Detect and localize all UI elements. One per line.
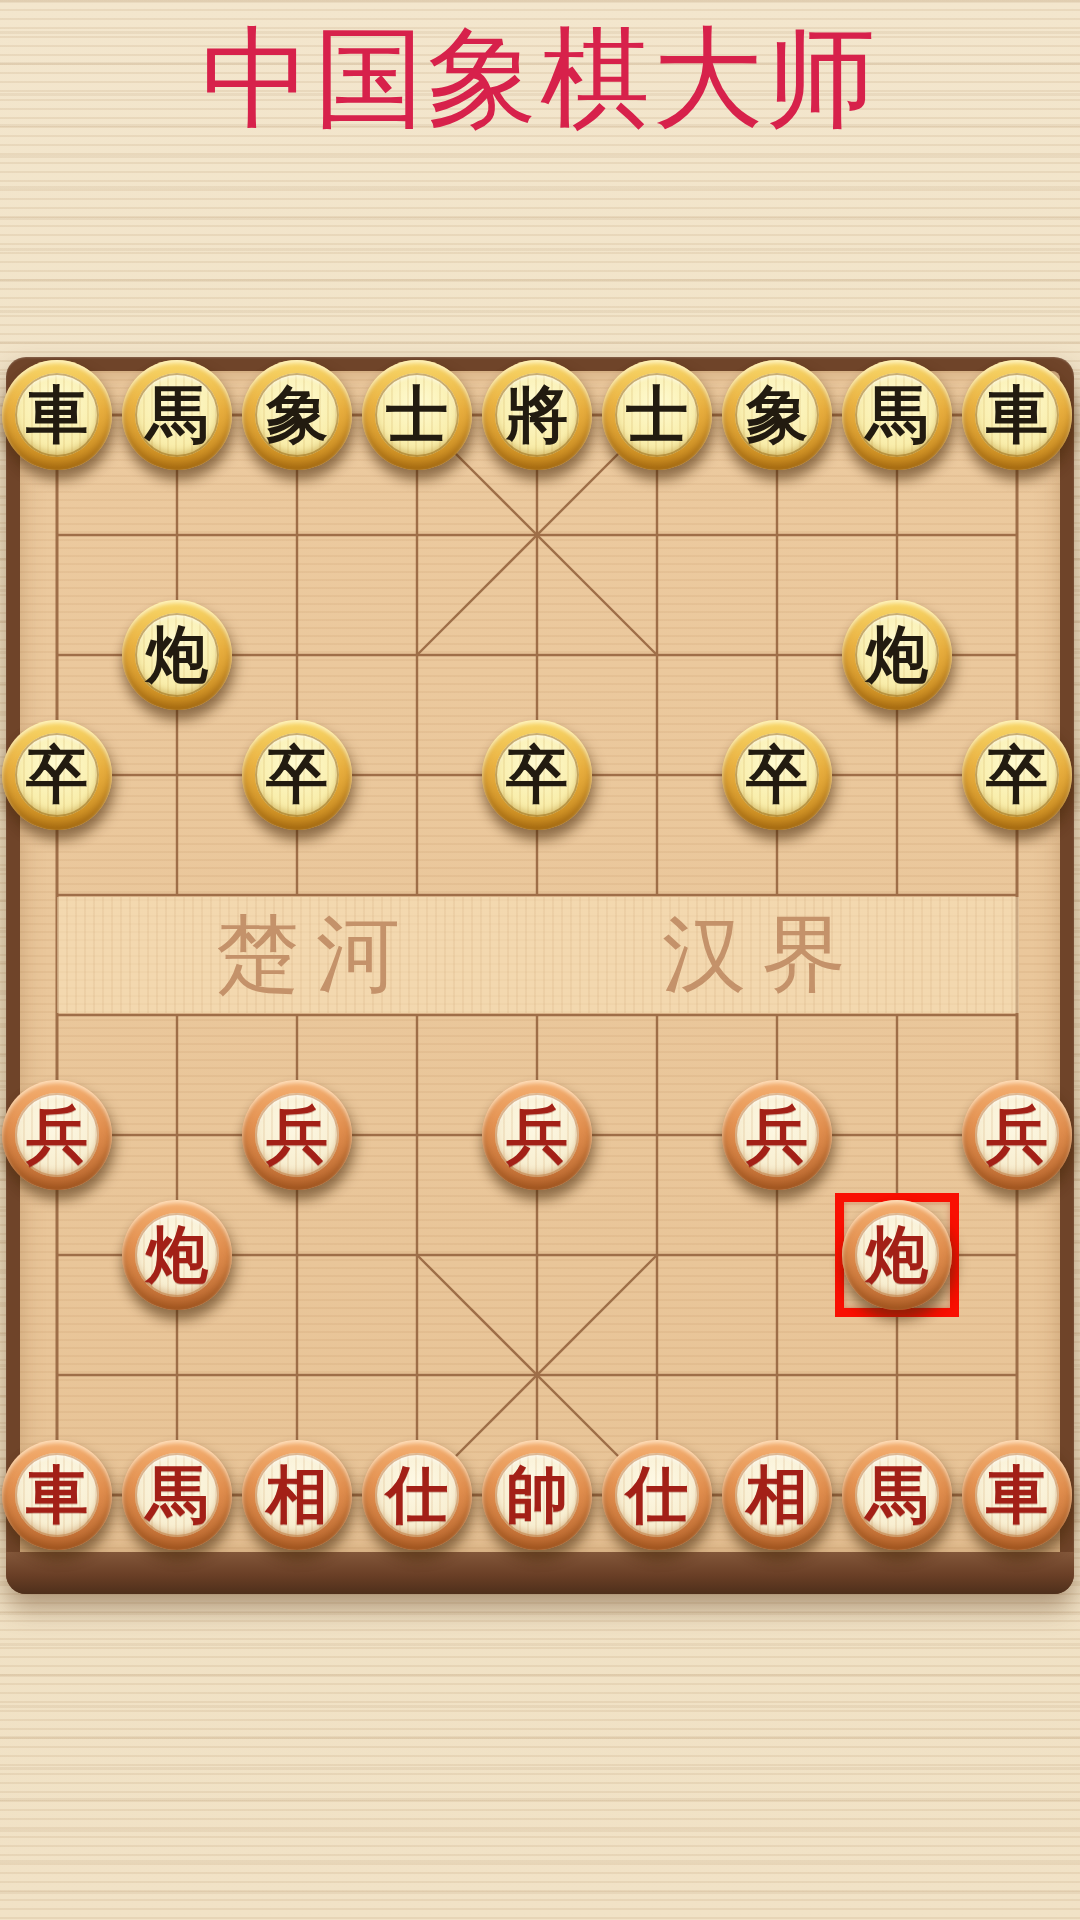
piece-face: 車 [15,373,99,457]
piece-face: 將 [495,373,579,457]
piece-face: 兵 [735,1093,819,1177]
piece-red-advisor[interactable]: 仕 [362,1440,472,1550]
piece-black-soldier[interactable]: 卒 [722,720,832,830]
piece-face: 馬 [855,1453,939,1537]
piece-face: 炮 [135,1213,219,1297]
piece-black-cannon[interactable]: 炮 [122,600,232,710]
piece-face: 士 [375,373,459,457]
piece-character: 車 [986,373,1048,457]
piece-face: 象 [255,373,339,457]
piece-red-chariot[interactable]: 車 [2,1440,112,1550]
piece-face: 相 [735,1453,819,1537]
piece-face: 帥 [495,1453,579,1537]
piece-face: 炮 [135,613,219,697]
piece-black-soldier[interactable]: 卒 [242,720,352,830]
piece-character: 炮 [146,613,208,697]
piece-red-advisor[interactable]: 仕 [602,1440,712,1550]
piece-red-chariot[interactable]: 車 [962,1440,1072,1550]
piece-face: 馬 [855,373,939,457]
piece-black-horse[interactable]: 馬 [842,360,952,470]
piece-character: 炮 [146,1213,208,1297]
piece-face: 炮 [855,1213,939,1297]
piece-character: 仕 [386,1453,448,1537]
xiangqi-board[interactable]: 楚河 汉界 車馬象士將士象馬車炮炮卒卒卒卒卒兵兵兵兵兵炮炮車馬相仕帥仕相馬車 [20,371,1060,1552]
piece-character: 卒 [506,733,568,817]
piece-black-soldier[interactable]: 卒 [962,720,1072,830]
piece-character: 馬 [146,373,208,457]
piece-red-elephant[interactable]: 相 [722,1440,832,1550]
piece-character: 馬 [146,1453,208,1537]
piece-face: 兵 [495,1093,579,1177]
piece-black-elephant[interactable]: 象 [242,360,352,470]
piece-face: 兵 [15,1093,99,1177]
piece-character: 卒 [26,733,88,817]
piece-black-chariot[interactable]: 車 [962,360,1072,470]
piece-face: 卒 [255,733,339,817]
piece-face: 炮 [855,613,939,697]
piece-character: 炮 [866,613,928,697]
piece-character: 卒 [986,733,1048,817]
pieces-layer: 車馬象士將士象馬車炮炮卒卒卒卒卒兵兵兵兵兵炮炮車馬相仕帥仕相馬車 [20,371,1060,1552]
piece-character: 兵 [986,1093,1048,1177]
piece-character: 兵 [746,1093,808,1177]
piece-face: 兵 [975,1093,1059,1177]
piece-black-soldier[interactable]: 卒 [482,720,592,830]
piece-character: 象 [746,373,808,457]
piece-red-soldier[interactable]: 兵 [722,1080,832,1190]
piece-red-elephant[interactable]: 相 [242,1440,352,1550]
piece-character: 卒 [746,733,808,817]
board-frame: 楚河 汉界 車馬象士將士象馬車炮炮卒卒卒卒卒兵兵兵兵兵炮炮車馬相仕帥仕相馬車 [6,357,1074,1594]
piece-face: 象 [735,373,819,457]
piece-character: 象 [266,373,328,457]
piece-character: 兵 [506,1093,568,1177]
piece-face: 車 [15,1453,99,1537]
piece-character: 士 [626,373,688,457]
app-title: 中国象棋大师 [0,16,1080,142]
piece-red-cannon[interactable]: 炮 [842,1200,952,1310]
piece-face: 馬 [135,373,219,457]
piece-red-cannon[interactable]: 炮 [122,1200,232,1310]
piece-character: 車 [986,1453,1048,1537]
piece-character: 兵 [26,1093,88,1177]
piece-character: 仕 [626,1453,688,1537]
piece-black-horse[interactable]: 馬 [122,360,232,470]
piece-character: 炮 [866,1213,928,1297]
piece-black-cannon[interactable]: 炮 [842,600,952,710]
piece-character: 相 [746,1453,808,1537]
piece-character: 帥 [506,1453,568,1537]
piece-red-soldier[interactable]: 兵 [2,1080,112,1190]
piece-black-advisor[interactable]: 士 [362,360,472,470]
piece-face: 卒 [15,733,99,817]
piece-black-advisor[interactable]: 士 [602,360,712,470]
piece-character: 車 [26,373,88,457]
piece-red-horse[interactable]: 馬 [122,1440,232,1550]
piece-red-soldier[interactable]: 兵 [482,1080,592,1190]
piece-face: 士 [615,373,699,457]
piece-black-chariot[interactable]: 車 [2,360,112,470]
game-screen: { "game": "xiangqi (Chinese chess)", "ap… [0,0,1080,1920]
piece-black-elephant[interactable]: 象 [722,360,832,470]
piece-black-general[interactable]: 將 [482,360,592,470]
piece-face: 馬 [135,1453,219,1537]
piece-character: 將 [506,373,568,457]
piece-red-soldier[interactable]: 兵 [962,1080,1072,1190]
piece-face: 卒 [495,733,579,817]
piece-face: 相 [255,1453,339,1537]
piece-face: 兵 [255,1093,339,1177]
piece-red-horse[interactable]: 馬 [842,1440,952,1550]
piece-face: 仕 [615,1453,699,1537]
piece-red-soldier[interactable]: 兵 [242,1080,352,1190]
piece-red-general[interactable]: 帥 [482,1440,592,1550]
piece-character: 卒 [266,733,328,817]
piece-character: 士 [386,373,448,457]
piece-character: 馬 [866,373,928,457]
piece-character: 車 [26,1453,88,1537]
piece-black-soldier[interactable]: 卒 [2,720,112,830]
piece-face: 卒 [735,733,819,817]
piece-face: 車 [975,373,1059,457]
piece-face: 卒 [975,733,1059,817]
piece-character: 相 [266,1453,328,1537]
piece-face: 車 [975,1453,1059,1537]
piece-character: 兵 [266,1093,328,1177]
piece-character: 馬 [866,1453,928,1537]
piece-face: 仕 [375,1453,459,1537]
